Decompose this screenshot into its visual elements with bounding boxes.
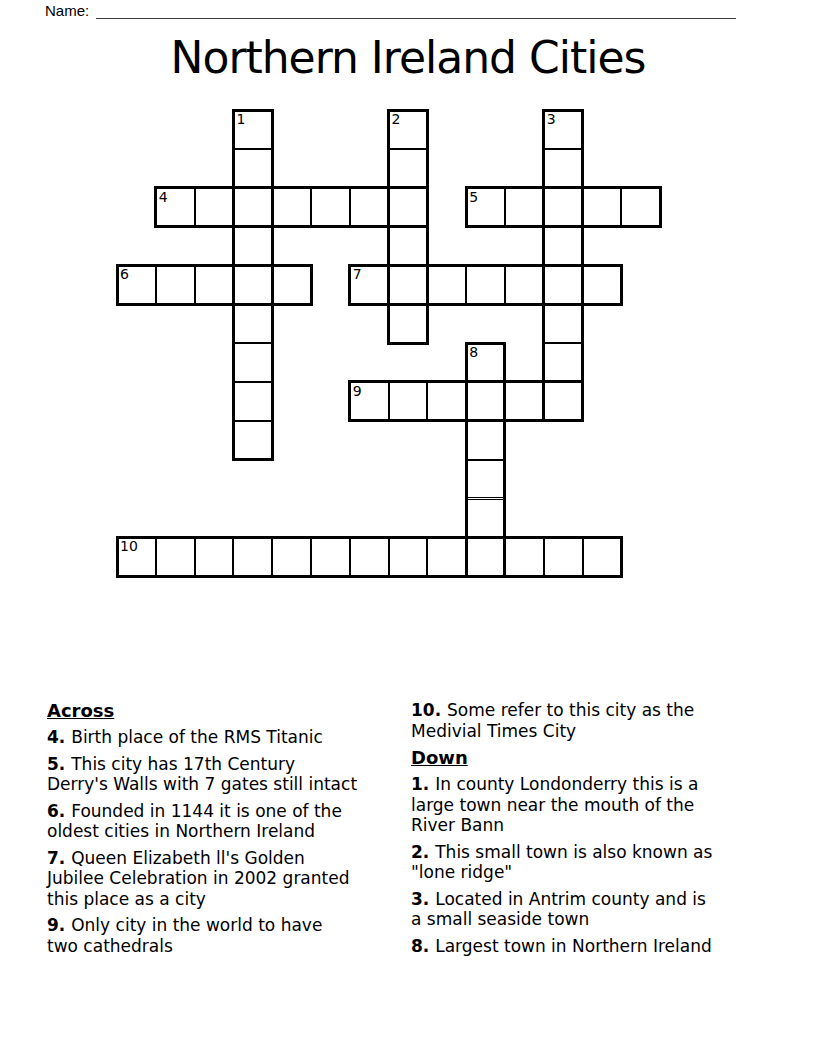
grid-cell[interactable]: [583, 188, 622, 227]
grid-cell[interactable]: [544, 265, 583, 304]
grid-cell[interactable]: [544, 149, 583, 188]
grid-cell[interactable]: [350, 537, 389, 576]
clue-number: 4: [156, 188, 168, 204]
clue-list-heading: Down: [411, 747, 797, 768]
grid-cell[interactable]: [233, 188, 272, 227]
clue-number-label: 2.: [411, 842, 435, 862]
crossword-grid: 12345678910: [117, 110, 662, 578]
grid-cell[interactable]: [389, 537, 428, 576]
clue-line: oldest cities in Northern Ireland: [47, 821, 403, 842]
grid-cell[interactable]: [195, 537, 234, 576]
clue-number: 10: [117, 537, 138, 553]
clue-line: this place as a city: [47, 889, 403, 910]
clue-number: 1: [233, 110, 245, 126]
grid-cell[interactable]: [311, 188, 350, 227]
clue-number-label: 3.: [411, 889, 435, 909]
grid-cell[interactable]: [233, 537, 272, 576]
clue-number: 5: [466, 188, 478, 204]
grid-cell[interactable]: [505, 537, 544, 576]
clue-item: 9. Only city in the world to havetwo cat…: [47, 915, 403, 956]
clue-number-label: 4.: [47, 727, 71, 747]
clue-line: 1. In county Londonderry this is a: [411, 774, 797, 795]
grid-cell[interactable]: [272, 188, 311, 227]
grid-cell[interactable]: [583, 537, 622, 576]
clues-right-column: 10. Some refer to this city as theMedivi…: [411, 700, 797, 962]
grid-cell[interactable]: [233, 421, 272, 460]
clue-number: 2: [389, 110, 401, 126]
grid-cell[interactable]: [544, 304, 583, 343]
clue-line: 4. Birth place of the RMS Titanic: [47, 727, 403, 748]
clue-line: 5. This city has 17th Century: [47, 754, 403, 775]
grid-cell[interactable]: [427, 537, 466, 576]
grid-cell[interactable]: [427, 265, 466, 304]
clue-line: large town near the mouth of the: [411, 795, 797, 816]
clue-number-label: 8.: [411, 936, 435, 956]
grid-cell[interactable]: [389, 188, 428, 227]
grid-cell[interactable]: [621, 188, 660, 227]
puzzle-title: Northern Ireland Cities: [0, 34, 816, 82]
grid-cell[interactable]: [389, 149, 428, 188]
grid-cell[interactable]: [233, 265, 272, 304]
grid-cell[interactable]: [427, 382, 466, 421]
grid-cell[interactable]: [233, 149, 272, 188]
clue-number: 7: [350, 265, 362, 281]
clue-number-label: 10.: [411, 700, 447, 720]
clue-number: 3: [544, 110, 556, 126]
clue-line: 8. Largest town in Northern Ireland: [411, 936, 797, 957]
clue-line: 2. This small town is also known as: [411, 842, 797, 863]
grid-cell[interactable]: [233, 343, 272, 382]
clue-item: 1. In county Londonderry this is alarge …: [411, 774, 797, 836]
clue-item: 8. Largest town in Northern Ireland: [411, 936, 797, 957]
grid-cell[interactable]: [233, 227, 272, 266]
grid-cell[interactable]: [544, 343, 583, 382]
grid-cell[interactable]: [466, 382, 505, 421]
grid-cell[interactable]: [156, 537, 195, 576]
clue-line: a small seaside town: [411, 909, 797, 930]
clue-line: two cathedrals: [47, 936, 403, 957]
grid-cell[interactable]: [272, 265, 311, 304]
grid-cell[interactable]: [505, 188, 544, 227]
grid-cell[interactable]: [389, 265, 428, 304]
name-label: Name:: [45, 2, 89, 19]
clue-number: 9: [350, 382, 362, 398]
grid-cell[interactable]: [389, 227, 428, 266]
clue-line: Jubilee Celebration in 2002 granted: [47, 868, 403, 889]
clue-line: 3. Located in Antrim county and is: [411, 889, 797, 910]
clue-number-label: 7.: [47, 848, 71, 868]
grid-cell[interactable]: [272, 537, 311, 576]
grid-cell[interactable]: [233, 304, 272, 343]
grid-cell[interactable]: [466, 265, 505, 304]
clue-number-label: 6.: [47, 801, 71, 821]
grid-cell[interactable]: [311, 537, 350, 576]
clue-item: 4. Birth place of the RMS Titanic: [47, 727, 403, 748]
clue-item: 6. Founded in 1144 it is one of theoldes…: [47, 801, 403, 842]
grid-cell[interactable]: [466, 537, 505, 576]
crossword-worksheet-page: Name: Northern Ireland Cities 1234567891…: [0, 0, 816, 1056]
grid-cell[interactable]: [195, 188, 234, 227]
clue-line: Medivial Times City: [411, 721, 797, 742]
clues-left-column: Across4. Birth place of the RMS Titanic5…: [47, 700, 403, 962]
grid-cell[interactable]: [195, 265, 234, 304]
grid-cell[interactable]: [583, 265, 622, 304]
clue-item: 5. This city has 17th CenturyDerry's Wal…: [47, 754, 403, 795]
grid-cell[interactable]: [544, 188, 583, 227]
clue-item: 7. Queen Elizabeth ll's GoldenJubilee Ce…: [47, 848, 403, 910]
grid-cell[interactable]: [350, 188, 389, 227]
grid-cell[interactable]: [466, 460, 505, 499]
clue-number-label: 1.: [411, 774, 435, 794]
grid-cell[interactable]: [389, 304, 428, 343]
clue-number-label: 5.: [47, 754, 71, 774]
grid-cell[interactable]: [505, 265, 544, 304]
grid-cell[interactable]: [466, 421, 505, 460]
grid-cell[interactable]: [544, 227, 583, 266]
clue-line: 6. Founded in 1144 it is one of the: [47, 801, 403, 822]
clue-line: 9. Only city in the world to have: [47, 915, 403, 936]
clue-line: 7. Queen Elizabeth ll's Golden: [47, 848, 403, 869]
clue-line: River Bann: [411, 815, 797, 836]
grid-cell[interactable]: [156, 265, 195, 304]
clue-number-label: 9.: [47, 915, 71, 935]
grid-cell[interactable]: [233, 382, 272, 421]
clue-item: 2. This small town is also known as"lone…: [411, 842, 797, 883]
clue-line: 10. Some refer to this city as the: [411, 700, 797, 721]
clue-item: 10. Some refer to this city as theMedivi…: [411, 700, 797, 741]
clue-item: 3. Located in Antrim county and isa smal…: [411, 889, 797, 930]
grid-cell[interactable]: [389, 382, 428, 421]
name-fill-line[interactable]: [96, 3, 736, 19]
clue-list-heading: Across: [47, 700, 403, 721]
grid-cell[interactable]: [544, 537, 583, 576]
clue-number: 8: [466, 343, 478, 359]
clue-line: Derry's Walls with 7 gates still intact: [47, 774, 403, 795]
clue-number: 6: [117, 265, 129, 281]
clue-line: "lone ridge": [411, 862, 797, 883]
grid-cell[interactable]: [505, 382, 544, 421]
grid-cell[interactable]: [466, 499, 505, 538]
name-row: Name:: [45, 2, 736, 19]
grid-cell[interactable]: [544, 382, 583, 421]
